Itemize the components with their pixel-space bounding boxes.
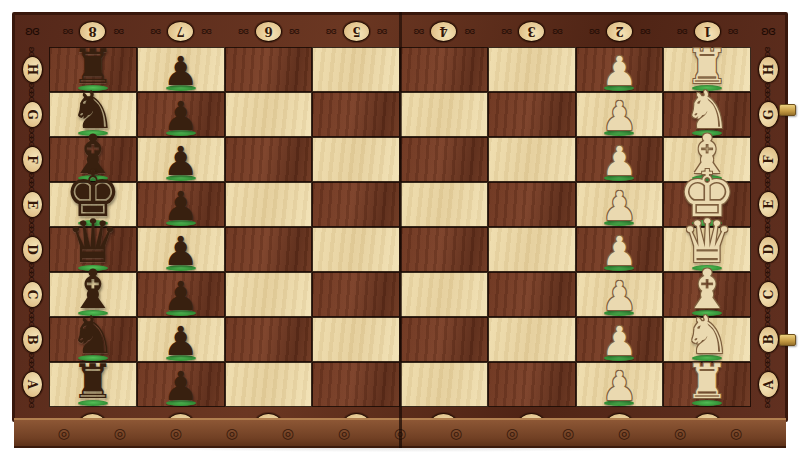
left-file-label-F: ʚɞFʚɞ <box>15 137 49 182</box>
green-felt-base <box>604 265 634 271</box>
square-a5[interactable] <box>312 362 400 407</box>
file-label-coin: H <box>22 56 43 83</box>
brass-clasp-upper <box>779 104 796 116</box>
piece-white-bishop: ♝ <box>683 264 731 315</box>
square-h4[interactable] <box>400 47 488 92</box>
carved-circle-ornament: ◎ <box>338 426 350 440</box>
square-c8[interactable]: ♝ <box>49 272 137 317</box>
carved-circle-ornament: ◎ <box>58 426 70 440</box>
square-f3[interactable] <box>488 137 576 182</box>
scroll-ornament-icon: ʚɞ <box>677 27 687 36</box>
green-felt-base <box>166 130 196 136</box>
piece-white-knight: ♞ <box>684 311 731 360</box>
file-label-coin: E <box>22 191 43 218</box>
rank-label-coin: 1 <box>694 21 721 42</box>
scroll-ornament-icon: ʚɞ <box>27 92 36 102</box>
green-felt-base <box>604 400 634 406</box>
scroll-ornament-icon: ʚɞ <box>728 27 738 36</box>
top-rank-label-2: ʚɞ2ʚɞ <box>576 15 664 47</box>
piece-white-knight: ♞ <box>684 86 731 135</box>
green-felt-base <box>166 265 196 271</box>
green-felt-base <box>604 130 634 136</box>
square-g7[interactable]: ♟ <box>137 92 225 137</box>
scroll-ornament-icon: ʚɞ <box>238 27 248 36</box>
scroll-ornament-icon: ʚɞ <box>27 47 36 57</box>
square-c6[interactable] <box>225 272 313 317</box>
square-e8[interactable]: ♚ <box>49 182 137 227</box>
square-a6[interactable] <box>225 362 313 407</box>
left-file-label-E: ʚɞEʚɞ <box>15 182 49 227</box>
green-felt-base <box>78 310 108 316</box>
scroll-ornament-icon: ʚɞ <box>763 47 772 57</box>
square-f8[interactable]: ♝ <box>49 137 137 182</box>
carved-circle-ornament: ◎ <box>282 426 294 440</box>
scroll-ornament-icon: ʚɞ <box>589 27 599 36</box>
scroll-ornament-icon: ʚɞ <box>763 182 772 192</box>
green-felt-base <box>166 355 196 361</box>
left-file-label-A: ʚɞAʚɞ <box>15 362 49 407</box>
carved-circle-ornament: ◎ <box>170 426 182 440</box>
file-label-coin: H <box>758 56 779 83</box>
chess-board: ʚɞʚɞ8ʚɞʚɞ7ʚɞʚɞ6ʚɞʚɞ5ʚɞʚɞ4ʚɞʚɞ3ʚɞʚɞ2ʚɞʚɞ1… <box>12 12 788 448</box>
square-f1[interactable]: ♝ <box>663 137 751 182</box>
piece-black-bishop: ♝ <box>69 129 117 180</box>
scroll-ornament-icon: ʚɞ <box>763 92 772 102</box>
square-d8[interactable]: ♛ <box>49 227 137 272</box>
green-felt-base <box>692 310 722 316</box>
green-felt-base <box>604 220 634 226</box>
square-g8[interactable]: ♞ <box>49 92 137 137</box>
green-felt-base <box>692 400 722 406</box>
scroll-ornament-icon: ʚɞ <box>763 398 772 408</box>
piece-black-rook: ♜ <box>71 44 114 90</box>
right-file-label-D: ʚɞDʚɞ <box>751 227 785 272</box>
green-felt-base <box>692 85 722 91</box>
scroll-ornament-icon: ʚɞ <box>27 272 36 282</box>
frame-corner-ornament: ʚɞ <box>751 15 785 47</box>
scroll-ornament-icon: ʚɞ <box>27 137 36 147</box>
square-c1[interactable]: ♝ <box>663 272 751 317</box>
green-felt-base <box>166 400 196 406</box>
scroll-ornament-icon: ʚɞ <box>640 27 650 36</box>
carved-circle-ornament: ◎ <box>618 426 630 440</box>
file-label-coin: D <box>758 236 779 263</box>
scroll-ornament-icon: ʚɞ <box>27 182 36 192</box>
piece-black-knight: ♞ <box>70 311 117 360</box>
square-b2[interactable]: ♟ <box>576 317 664 362</box>
rank-label-coin: 4 <box>430 21 457 42</box>
scroll-ornament-icon: ʚɞ <box>552 27 562 36</box>
square-e7[interactable]: ♟ <box>137 182 225 227</box>
square-h7[interactable]: ♟ <box>137 47 225 92</box>
square-c5[interactable] <box>312 272 400 317</box>
square-g5[interactable] <box>312 92 400 137</box>
green-felt-base <box>78 85 108 91</box>
square-g6[interactable] <box>225 92 313 137</box>
scroll-ornament-icon: ʚɞ <box>326 27 336 36</box>
square-d1[interactable]: ♛ <box>663 227 751 272</box>
file-label-coin: G <box>758 101 779 128</box>
scroll-ornament-icon: ʚɞ <box>377 27 387 36</box>
file-label-coin: F <box>758 146 779 173</box>
square-e1[interactable]: ♚ <box>663 182 751 227</box>
scroll-ornament-icon: ʚɞ <box>150 27 160 36</box>
green-felt-base <box>692 175 722 181</box>
scroll-ornament-icon: ʚɞ <box>62 27 72 36</box>
scroll-ornament-icon: ʚɞ <box>25 25 39 37</box>
scroll-ornament-icon: ʚɞ <box>27 398 36 408</box>
square-a3[interactable] <box>488 362 576 407</box>
scroll-ornament-icon: ʚɞ <box>201 27 211 36</box>
scroll-ornament-icon: ʚɞ <box>501 27 511 36</box>
square-d6[interactable] <box>225 227 313 272</box>
top-rank-label-6: ʚɞ6ʚɞ <box>225 15 313 47</box>
carved-circle-ornament: ◎ <box>562 426 574 440</box>
square-a7[interactable]: ♟ <box>137 362 225 407</box>
brass-clasp-lower <box>779 334 796 346</box>
right-file-label-C: ʚɞCʚɞ <box>751 272 785 317</box>
green-felt-base <box>692 220 722 226</box>
rank-label-coin: 5 <box>343 21 370 42</box>
rank-label-coin: 7 <box>167 21 194 42</box>
square-f4[interactable] <box>400 137 488 182</box>
scroll-ornament-icon: ʚɞ <box>763 137 772 147</box>
file-label-coin: D <box>22 236 43 263</box>
piece-black-bishop: ♝ <box>69 264 117 315</box>
carved-circle-ornament: ◎ <box>114 426 126 440</box>
file-label-coin: A <box>22 371 43 398</box>
rank-label-coin: 6 <box>255 21 282 42</box>
top-rank-label-1: ʚɞ1ʚɞ <box>663 15 751 47</box>
piece-white-rook: ♜ <box>686 359 729 405</box>
green-felt-base <box>78 355 108 361</box>
green-felt-base <box>166 220 196 226</box>
left-file-label-B: ʚɞBʚɞ <box>15 317 49 362</box>
file-label-coin: C <box>22 281 43 308</box>
square-f2[interactable]: ♟ <box>576 137 664 182</box>
top-rank-label-4: ʚɞ4ʚɞ <box>400 15 488 47</box>
square-e5[interactable] <box>312 182 400 227</box>
photo-background: ʚɞʚɞ8ʚɞʚɞ7ʚɞʚɞ6ʚɞʚɞ5ʚɞʚɞ4ʚɞʚɞ3ʚɞʚɞ2ʚɞʚɞ1… <box>0 0 800 468</box>
square-d7[interactable]: ♟ <box>137 227 225 272</box>
green-felt-base <box>604 175 634 181</box>
scroll-ornament-icon: ʚɞ <box>763 362 772 372</box>
square-h2[interactable]: ♟ <box>576 47 664 92</box>
scroll-ornament-icon: ʚɞ <box>27 227 36 237</box>
square-d2[interactable]: ♟ <box>576 227 664 272</box>
scroll-ornament-icon: ʚɞ <box>763 317 772 327</box>
square-g4[interactable] <box>400 92 488 137</box>
square-h6[interactable] <box>225 47 313 92</box>
square-d5[interactable] <box>312 227 400 272</box>
rank-label-coin: 3 <box>518 21 545 42</box>
right-file-label-A: ʚɞAʚɞ <box>751 362 785 407</box>
square-b4[interactable] <box>400 317 488 362</box>
square-e6[interactable] <box>225 182 313 227</box>
file-label-coin: G <box>22 101 43 128</box>
square-a1[interactable]: ♜ <box>663 362 751 407</box>
green-felt-base <box>692 265 722 271</box>
file-label-coin: C <box>758 281 779 308</box>
scroll-ornament-icon: ʚɞ <box>289 27 299 36</box>
scroll-ornament-icon: ʚɞ <box>413 27 423 36</box>
carved-circle-ornament: ◎ <box>506 426 518 440</box>
piece-white-bishop: ♝ <box>683 129 731 180</box>
scroll-ornament-icon: ʚɞ <box>763 227 772 237</box>
right-file-label-E: ʚɞEʚɞ <box>751 182 785 227</box>
square-c3[interactable] <box>488 272 576 317</box>
piece-black-rook: ♜ <box>71 359 114 405</box>
green-felt-base <box>78 130 108 136</box>
square-e2[interactable]: ♟ <box>576 182 664 227</box>
green-felt-base <box>692 130 722 136</box>
square-b8[interactable]: ♞ <box>49 317 137 362</box>
square-f7[interactable]: ♟ <box>137 137 225 182</box>
left-file-label-C: ʚɞCʚɞ <box>15 272 49 317</box>
square-h5[interactable] <box>312 47 400 92</box>
square-g3[interactable] <box>488 92 576 137</box>
piece-white-rook: ♜ <box>686 44 729 90</box>
square-h1[interactable]: ♜ <box>663 47 751 92</box>
file-label-coin: B <box>22 326 43 353</box>
frame-corner-ornament: ʚɞ <box>15 15 49 47</box>
scroll-ornament-icon: ʚɞ <box>464 27 474 36</box>
square-b6[interactable] <box>225 317 313 362</box>
square-a2[interactable]: ♟ <box>576 362 664 407</box>
file-label-coin: F <box>22 146 43 173</box>
right-file-label-H: ʚɞHʚɞ <box>751 47 785 92</box>
square-d3[interactable] <box>488 227 576 272</box>
square-d4[interactable] <box>400 227 488 272</box>
carved-circle-ornament: ◎ <box>730 426 742 440</box>
green-felt-base <box>78 400 108 406</box>
green-felt-base <box>692 355 722 361</box>
rank-label-coin: 8 <box>79 21 106 42</box>
scroll-ornament-icon: ʚɞ <box>113 27 123 36</box>
square-e4[interactable] <box>400 182 488 227</box>
square-b1[interactable]: ♞ <box>663 317 751 362</box>
file-label-coin: B <box>758 326 779 353</box>
square-g2[interactable]: ♟ <box>576 92 664 137</box>
top-rank-label-3: ʚɞ3ʚɞ <box>488 15 576 47</box>
green-felt-base <box>604 85 634 91</box>
scroll-ornament-icon: ʚɞ <box>27 362 36 372</box>
file-label-coin: E <box>758 191 779 218</box>
green-felt-base <box>604 310 634 316</box>
square-h3[interactable] <box>488 47 576 92</box>
green-felt-base <box>78 220 108 226</box>
left-file-label-D: ʚɞDʚɞ <box>15 227 49 272</box>
right-file-label-F: ʚɞFʚɞ <box>751 137 785 182</box>
square-c2[interactable]: ♟ <box>576 272 664 317</box>
green-felt-base <box>166 310 196 316</box>
scroll-ornament-icon: ʚɞ <box>761 25 775 37</box>
square-c4[interactable] <box>400 272 488 317</box>
top-rank-label-8: ʚɞ8ʚɞ <box>49 15 137 47</box>
square-b7[interactable]: ♟ <box>137 317 225 362</box>
square-f6[interactable] <box>225 137 313 182</box>
square-h8[interactable]: ♜ <box>49 47 137 92</box>
top-rank-label-7: ʚɞ7ʚɞ <box>137 15 225 47</box>
square-b5[interactable] <box>312 317 400 362</box>
file-label-coin: A <box>758 371 779 398</box>
green-felt-base <box>166 85 196 91</box>
green-felt-base <box>604 355 634 361</box>
square-g1[interactable]: ♞ <box>663 92 751 137</box>
top-rank-label-5: ʚɞ5ʚɞ <box>312 15 400 47</box>
piece-black-knight: ♞ <box>70 86 117 135</box>
scroll-ornament-icon: ʚɞ <box>763 272 772 282</box>
square-a4[interactable] <box>400 362 488 407</box>
square-a8[interactable]: ♜ <box>49 362 137 407</box>
green-felt-base <box>78 175 108 181</box>
left-file-label-H: ʚɞHʚɞ <box>15 47 49 92</box>
rank-label-coin: 2 <box>606 21 633 42</box>
scroll-ornament-icon: ʚɞ <box>27 317 36 327</box>
green-felt-base <box>78 265 108 271</box>
carved-circle-ornament: ◎ <box>674 426 686 440</box>
left-file-label-G: ʚɞGʚɞ <box>15 92 49 137</box>
carved-circle-ornament: ◎ <box>450 426 462 440</box>
square-c7[interactable]: ♟ <box>137 272 225 317</box>
green-felt-base <box>166 175 196 181</box>
fold-seam <box>399 12 402 448</box>
square-e3[interactable] <box>488 182 576 227</box>
square-f5[interactable] <box>312 137 400 182</box>
carved-circle-ornament: ◎ <box>226 426 238 440</box>
square-b3[interactable] <box>488 317 576 362</box>
